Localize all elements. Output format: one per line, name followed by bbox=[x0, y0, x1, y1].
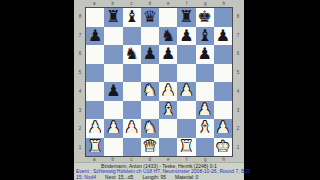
square-g4 bbox=[196, 82, 214, 101]
square-d2: ♞ bbox=[141, 119, 159, 138]
square-a7: ♟ bbox=[86, 27, 104, 46]
rank-labels-right: 87654321 bbox=[234, 7, 242, 157]
file-label-h: h bbox=[215, 1, 234, 6]
square-a1: ♜ bbox=[86, 138, 104, 157]
square-a6 bbox=[86, 45, 104, 64]
square-b7 bbox=[104, 27, 122, 46]
white-pawn-b2: ♟ bbox=[106, 120, 120, 136]
white-bishop-e3: ♝ bbox=[161, 101, 175, 117]
square-d6: ♟ bbox=[141, 45, 159, 64]
rank-label-5: 5 bbox=[76, 63, 84, 82]
square-d3 bbox=[141, 101, 159, 120]
file-label-b: b bbox=[104, 1, 123, 6]
square-a8 bbox=[86, 8, 104, 27]
square-h8 bbox=[214, 8, 232, 27]
file-label-d: d bbox=[141, 1, 160, 6]
rank-label-7: 7 bbox=[76, 26, 84, 45]
square-b5 bbox=[104, 64, 122, 83]
rank-label-3: 3 bbox=[76, 101, 84, 120]
square-h7: ♟ bbox=[214, 27, 232, 46]
rank-label-1: 1 bbox=[234, 138, 242, 157]
letterbox-right bbox=[244, 0, 320, 180]
board-panel: abcdefgh abcdefgh 87654321 87654321 ♜♝♛♜… bbox=[74, 0, 244, 180]
white-knight-d2: ♞ bbox=[143, 120, 157, 136]
rank-label-3: 3 bbox=[234, 101, 242, 120]
white-rook-f1: ♜ bbox=[179, 138, 193, 154]
black-bishop-g7: ♝ bbox=[197, 27, 211, 43]
black-pawn-d6: ♟ bbox=[143, 46, 157, 62]
caption-movebar: 15: Nxd4 Next: 15...d5 Length: 95 Materi… bbox=[74, 175, 244, 180]
rank-label-1: 1 bbox=[76, 138, 84, 157]
black-rook-b8: ♜ bbox=[106, 9, 120, 25]
caption-next: Next: 15...d5 bbox=[105, 175, 133, 180]
file-label-a: a bbox=[85, 1, 104, 6]
black-rook-f8: ♜ bbox=[179, 9, 193, 25]
square-h2: ♟ bbox=[214, 119, 232, 138]
square-b6 bbox=[104, 45, 122, 64]
black-pawn-b4: ♟ bbox=[106, 83, 120, 99]
black-knight-c6: ♞ bbox=[124, 46, 138, 62]
file-label-c: c bbox=[122, 1, 141, 6]
square-f8: ♜ bbox=[177, 8, 195, 27]
square-f7: ♟ bbox=[177, 27, 195, 46]
square-h4 bbox=[214, 82, 232, 101]
square-d5 bbox=[141, 64, 159, 83]
rank-label-4: 4 bbox=[234, 82, 242, 101]
square-e7: ♞ bbox=[159, 27, 177, 46]
square-c1 bbox=[123, 138, 141, 157]
square-a4 bbox=[86, 82, 104, 101]
white-pawn-c2: ♟ bbox=[124, 120, 138, 136]
file-label-g: g bbox=[196, 1, 215, 6]
file-label-e: e bbox=[159, 1, 178, 6]
square-e4: ♟ bbox=[159, 82, 177, 101]
square-a5 bbox=[86, 64, 104, 83]
square-c5 bbox=[123, 64, 141, 83]
white-pawn-a2: ♟ bbox=[88, 120, 102, 136]
square-e6: ♟ bbox=[159, 45, 177, 64]
white-rook-a1: ♜ bbox=[88, 138, 102, 154]
white-pawn-g3: ♟ bbox=[197, 101, 211, 117]
square-a2: ♟ bbox=[86, 119, 104, 138]
black-pawn-f7: ♟ bbox=[179, 27, 193, 43]
square-c7 bbox=[123, 27, 141, 46]
square-c3 bbox=[123, 101, 141, 120]
square-g7: ♝ bbox=[196, 27, 214, 46]
square-c2: ♟ bbox=[123, 119, 141, 138]
square-f4: ♟ bbox=[177, 82, 195, 101]
white-bishop-g2: ♝ bbox=[197, 120, 211, 136]
square-f6 bbox=[177, 45, 195, 64]
rank-labels-left: 87654321 bbox=[76, 7, 84, 157]
rank-label-2: 2 bbox=[76, 120, 84, 139]
white-pawn-e4: ♟ bbox=[161, 83, 175, 99]
rank-label-6: 6 bbox=[234, 45, 242, 64]
white-knight-d4: ♞ bbox=[143, 83, 157, 99]
game-caption: Bindemann, Anton (1433) - Teske, Henrik … bbox=[74, 162, 244, 180]
black-pawn-e6: ♟ bbox=[161, 46, 175, 62]
white-queen-d1: ♛ bbox=[143, 138, 157, 154]
square-b8: ♜ bbox=[104, 8, 122, 27]
square-e8 bbox=[159, 8, 177, 27]
file-labels-top: abcdefgh bbox=[85, 1, 233, 6]
square-d7 bbox=[141, 27, 159, 46]
video-frame: abcdefgh abcdefgh 87654321 87654321 ♜♝♛♜… bbox=[0, 0, 320, 180]
square-d1: ♛ bbox=[141, 138, 159, 157]
square-d4: ♞ bbox=[141, 82, 159, 101]
caption-material: Material: 0 bbox=[175, 175, 198, 180]
square-g3: ♟ bbox=[196, 101, 214, 120]
rank-label-8: 8 bbox=[234, 7, 242, 26]
square-h3 bbox=[214, 101, 232, 120]
letterbox-left bbox=[0, 0, 74, 180]
black-king-g8: ♚ bbox=[197, 9, 211, 25]
rank-label-6: 6 bbox=[76, 45, 84, 64]
square-f5 bbox=[177, 64, 195, 83]
black-bishop-c8: ♝ bbox=[124, 9, 138, 25]
rank-label-2: 2 bbox=[234, 120, 242, 139]
black-pawn-a7: ♟ bbox=[88, 27, 102, 43]
square-g8: ♚ bbox=[196, 8, 214, 27]
square-h6 bbox=[214, 45, 232, 64]
square-b1 bbox=[104, 138, 122, 157]
square-c6: ♞ bbox=[123, 45, 141, 64]
square-e3: ♝ bbox=[159, 101, 177, 120]
caption-length: Length: 95 bbox=[142, 175, 166, 180]
square-b4: ♟ bbox=[104, 82, 122, 101]
square-a3 bbox=[86, 101, 104, 120]
black-pawn-h7: ♟ bbox=[216, 27, 230, 43]
file-label-f: f bbox=[178, 1, 197, 6]
rank-label-4: 4 bbox=[76, 82, 84, 101]
white-pawn-f4: ♟ bbox=[179, 83, 193, 99]
square-e2 bbox=[159, 119, 177, 138]
square-b3 bbox=[104, 101, 122, 120]
square-e5 bbox=[159, 64, 177, 83]
square-e1 bbox=[159, 138, 177, 157]
square-c4 bbox=[123, 82, 141, 101]
rank-label-8: 8 bbox=[76, 7, 84, 26]
square-g2: ♝ bbox=[196, 119, 214, 138]
black-pawn-g6: ♟ bbox=[197, 46, 211, 62]
chess-board: ♜♝♛♜♚♟♞♟♝♟♞♟♟♟♟♞♟♟♝♟♟♟♟♞♝♟♜♛♜♚ bbox=[85, 7, 233, 157]
white-pawn-h2: ♟ bbox=[216, 120, 230, 136]
square-c8: ♝ bbox=[123, 8, 141, 27]
square-h1: ♚ bbox=[214, 138, 232, 157]
black-knight-e7: ♞ bbox=[161, 27, 175, 43]
caption-move: 15: Nxd4 bbox=[76, 175, 96, 180]
square-f1: ♜ bbox=[177, 138, 195, 157]
square-f2 bbox=[177, 119, 195, 138]
square-h5 bbox=[214, 64, 232, 83]
white-king-h1: ♚ bbox=[216, 138, 230, 154]
square-g5 bbox=[196, 64, 214, 83]
square-b2: ♟ bbox=[104, 119, 122, 138]
square-g6: ♟ bbox=[196, 45, 214, 64]
black-queen-d8: ♛ bbox=[143, 9, 157, 25]
square-f3 bbox=[177, 101, 195, 120]
rank-label-7: 7 bbox=[234, 26, 242, 45]
rank-label-5: 5 bbox=[234, 63, 242, 82]
square-d8: ♛ bbox=[141, 8, 159, 27]
square-g1 bbox=[196, 138, 214, 157]
